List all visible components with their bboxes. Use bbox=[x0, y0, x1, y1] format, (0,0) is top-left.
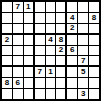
cell-r3c2[interactable] bbox=[13, 24, 23, 34]
cell-r7c3[interactable] bbox=[24, 67, 34, 77]
cell-r6c3[interactable] bbox=[24, 56, 34, 66]
cell-r4c7[interactable] bbox=[67, 35, 77, 45]
cell-r3c5[interactable] bbox=[46, 24, 56, 34]
cell-r4c1[interactable]: 2 bbox=[2, 35, 12, 45]
cell-r1c7[interactable] bbox=[67, 2, 77, 12]
cell-r1c5[interactable] bbox=[46, 2, 56, 12]
cell-r6c5[interactable] bbox=[46, 56, 56, 66]
cell-r7c1[interactable] bbox=[2, 67, 12, 77]
cell-r5c6[interactable]: 2 bbox=[56, 46, 66, 56]
cell-r1c9[interactable] bbox=[89, 2, 99, 12]
cell-r7c9[interactable] bbox=[89, 67, 99, 77]
cell-r3c4[interactable] bbox=[35, 24, 45, 34]
cell-r1c2[interactable]: 7 bbox=[13, 2, 23, 12]
cell-r6c9[interactable] bbox=[89, 56, 99, 66]
cell-r7c6[interactable] bbox=[56, 67, 66, 77]
cell-r7c7[interactable] bbox=[67, 67, 77, 77]
sudoku-board: 71482248267715863 bbox=[0, 0, 101, 101]
cell-r4c3[interactable] bbox=[24, 35, 34, 45]
cell-r7c5[interactable]: 1 bbox=[46, 67, 56, 77]
cell-r4c6[interactable]: 8 bbox=[56, 35, 66, 45]
cell-r6c1[interactable] bbox=[2, 56, 12, 66]
sudoku-grid: 71482248267715863 bbox=[2, 2, 99, 99]
cell-r2c7[interactable]: 4 bbox=[67, 13, 77, 23]
cell-r8c7[interactable] bbox=[67, 78, 77, 88]
cell-r1c1[interactable] bbox=[2, 2, 12, 12]
cell-r5c3[interactable] bbox=[24, 46, 34, 56]
cell-r2c2[interactable] bbox=[13, 13, 23, 23]
cell-r9c2[interactable] bbox=[13, 89, 23, 99]
cell-r8c8[interactable] bbox=[78, 78, 88, 88]
cell-r5c9[interactable] bbox=[89, 46, 99, 56]
cell-r4c8[interactable] bbox=[78, 35, 88, 45]
cell-r8c2[interactable]: 6 bbox=[13, 78, 23, 88]
cell-r1c6[interactable] bbox=[56, 2, 66, 12]
cell-r2c5[interactable] bbox=[46, 13, 56, 23]
cell-r3c7[interactable]: 2 bbox=[67, 24, 77, 34]
cell-r3c6[interactable] bbox=[56, 24, 66, 34]
cell-r4c2[interactable] bbox=[13, 35, 23, 45]
cell-r8c3[interactable] bbox=[24, 78, 34, 88]
cell-r8c9[interactable] bbox=[89, 78, 99, 88]
cell-r5c2[interactable] bbox=[13, 46, 23, 56]
cell-r9c3[interactable] bbox=[24, 89, 34, 99]
cell-r2c8[interactable] bbox=[78, 13, 88, 23]
cell-r2c9[interactable]: 8 bbox=[89, 13, 99, 23]
cell-r3c1[interactable] bbox=[2, 24, 12, 34]
cell-r8c5[interactable] bbox=[46, 78, 56, 88]
cell-r5c7[interactable]: 6 bbox=[67, 46, 77, 56]
cell-r8c1[interactable]: 8 bbox=[2, 78, 12, 88]
cell-r2c4[interactable] bbox=[35, 13, 45, 23]
cell-r5c8[interactable] bbox=[78, 46, 88, 56]
cell-r3c8[interactable] bbox=[78, 24, 88, 34]
cell-r9c9[interactable] bbox=[89, 89, 99, 99]
cell-r6c8[interactable]: 7 bbox=[78, 56, 88, 66]
cell-r7c8[interactable]: 5 bbox=[78, 67, 88, 77]
cell-r1c8[interactable] bbox=[78, 2, 88, 12]
cell-r9c5[interactable] bbox=[46, 89, 56, 99]
cell-r3c9[interactable] bbox=[89, 24, 99, 34]
cell-r7c4[interactable]: 7 bbox=[35, 67, 45, 77]
cell-r9c7[interactable] bbox=[67, 89, 77, 99]
cell-r9c4[interactable] bbox=[35, 89, 45, 99]
cell-r9c6[interactable] bbox=[56, 89, 66, 99]
cell-r4c5[interactable]: 4 bbox=[46, 35, 56, 45]
cell-r8c4[interactable] bbox=[35, 78, 45, 88]
cell-r8c6[interactable] bbox=[56, 78, 66, 88]
cell-r2c1[interactable] bbox=[2, 13, 12, 23]
cell-r4c9[interactable] bbox=[89, 35, 99, 45]
cell-r5c1[interactable] bbox=[2, 46, 12, 56]
cell-r9c1[interactable] bbox=[2, 89, 12, 99]
cell-r1c3[interactable]: 1 bbox=[24, 2, 34, 12]
cell-r1c4[interactable] bbox=[35, 2, 45, 12]
cell-r2c6[interactable] bbox=[56, 13, 66, 23]
cell-r3c3[interactable] bbox=[24, 24, 34, 34]
cell-r5c4[interactable] bbox=[35, 46, 45, 56]
cell-r4c4[interactable] bbox=[35, 35, 45, 45]
cell-r9c8[interactable]: 3 bbox=[78, 89, 88, 99]
cell-r7c2[interactable] bbox=[13, 67, 23, 77]
cell-r2c3[interactable] bbox=[24, 13, 34, 23]
cell-r5c5[interactable] bbox=[46, 46, 56, 56]
cell-r6c4[interactable] bbox=[35, 56, 45, 66]
cell-r6c6[interactable] bbox=[56, 56, 66, 66]
cell-r6c2[interactable] bbox=[13, 56, 23, 66]
cell-r6c7[interactable] bbox=[67, 56, 77, 66]
